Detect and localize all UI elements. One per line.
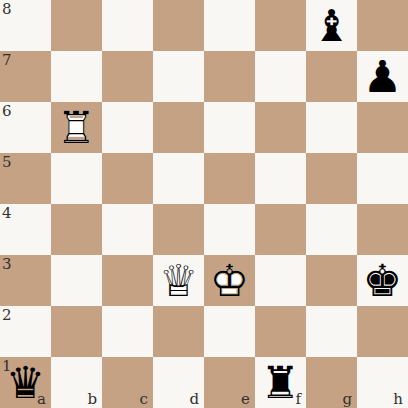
square-b5[interactable]: [51, 153, 102, 204]
square-f5[interactable]: [255, 153, 306, 204]
square-c1[interactable]: [102, 357, 153, 408]
piece-glyph: ♛: [0, 357, 51, 408]
square-c8[interactable]: [102, 0, 153, 51]
piece-outline-glyph: ♔: [204, 255, 255, 306]
square-e2[interactable]: [204, 306, 255, 357]
square-g7[interactable]: [306, 51, 357, 102]
square-a8[interactable]: [0, 0, 51, 51]
square-h7[interactable]: ♟: [357, 51, 408, 102]
chess-board-grid: ♝♟♜♖♛♕♚♔♚♛♜: [0, 0, 408, 408]
square-d2[interactable]: [153, 306, 204, 357]
square-f8[interactable]: [255, 0, 306, 51]
square-g1[interactable]: [306, 357, 357, 408]
black-bishop[interactable]: ♝: [306, 0, 357, 51]
square-d8[interactable]: [153, 0, 204, 51]
square-c2[interactable]: [102, 306, 153, 357]
black-king[interactable]: ♚: [357, 255, 408, 306]
square-e3[interactable]: ♚♔: [204, 255, 255, 306]
square-g8[interactable]: ♝: [306, 0, 357, 51]
square-g2[interactable]: [306, 306, 357, 357]
square-g5[interactable]: [306, 153, 357, 204]
piece-glyph: ♝: [306, 0, 357, 51]
piece-outline-glyph: ♕: [153, 255, 204, 306]
white-queen[interactable]: ♛♕: [153, 255, 204, 306]
square-b8[interactable]: [51, 0, 102, 51]
piece-glyph: ♟: [357, 51, 408, 102]
square-g6[interactable]: [306, 102, 357, 153]
square-c3[interactable]: [102, 255, 153, 306]
square-d4[interactable]: [153, 204, 204, 255]
square-b2[interactable]: [51, 306, 102, 357]
black-pawn[interactable]: ♟: [357, 51, 408, 102]
square-h8[interactable]: [357, 0, 408, 51]
square-a7[interactable]: [0, 51, 51, 102]
square-b4[interactable]: [51, 204, 102, 255]
square-c6[interactable]: [102, 102, 153, 153]
square-e5[interactable]: [204, 153, 255, 204]
square-c4[interactable]: [102, 204, 153, 255]
square-d6[interactable]: [153, 102, 204, 153]
piece-glyph: ♚: [357, 255, 408, 306]
square-h6[interactable]: [357, 102, 408, 153]
square-d1[interactable]: [153, 357, 204, 408]
square-b7[interactable]: [51, 51, 102, 102]
piece-glyph: ♜: [255, 357, 306, 408]
square-f2[interactable]: [255, 306, 306, 357]
square-d3[interactable]: ♛♕: [153, 255, 204, 306]
white-king[interactable]: ♚♔: [204, 255, 255, 306]
square-f3[interactable]: [255, 255, 306, 306]
square-a6[interactable]: [0, 102, 51, 153]
square-g4[interactable]: [306, 204, 357, 255]
square-d5[interactable]: [153, 153, 204, 204]
square-b3[interactable]: [51, 255, 102, 306]
black-queen[interactable]: ♛: [0, 357, 51, 408]
square-e8[interactable]: [204, 0, 255, 51]
square-a5[interactable]: [0, 153, 51, 204]
square-a1[interactable]: ♛: [0, 357, 51, 408]
chess-board: ♝♟♜♖♛♕♚♔♚♛♜ 87654321abcdefgh: [0, 0, 408, 408]
square-e1[interactable]: [204, 357, 255, 408]
square-a2[interactable]: [0, 306, 51, 357]
square-c7[interactable]: [102, 51, 153, 102]
white-rook[interactable]: ♜♖: [51, 102, 102, 153]
square-h2[interactable]: [357, 306, 408, 357]
square-d7[interactable]: [153, 51, 204, 102]
square-f1[interactable]: ♜: [255, 357, 306, 408]
square-h4[interactable]: [357, 204, 408, 255]
square-a4[interactable]: [0, 204, 51, 255]
square-h3[interactable]: ♚: [357, 255, 408, 306]
square-e7[interactable]: [204, 51, 255, 102]
piece-outline-glyph: ♖: [51, 102, 102, 153]
square-f6[interactable]: [255, 102, 306, 153]
square-b6[interactable]: ♜♖: [51, 102, 102, 153]
square-a3[interactable]: [0, 255, 51, 306]
square-c5[interactable]: [102, 153, 153, 204]
square-f4[interactable]: [255, 204, 306, 255]
square-e6[interactable]: [204, 102, 255, 153]
square-f7[interactable]: [255, 51, 306, 102]
square-h5[interactable]: [357, 153, 408, 204]
square-e4[interactable]: [204, 204, 255, 255]
black-rook[interactable]: ♜: [255, 357, 306, 408]
square-g3[interactable]: [306, 255, 357, 306]
square-h1[interactable]: [357, 357, 408, 408]
square-b1[interactable]: [51, 357, 102, 408]
